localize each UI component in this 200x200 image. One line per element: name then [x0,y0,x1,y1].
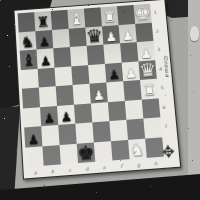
square-b4 [38,67,56,87]
square-c2 [52,28,70,48]
rank-label-1: 1 [153,3,157,22]
square-c7 [58,124,76,145]
square-f6 [108,100,127,121]
file-label-b: b [44,169,62,175]
margin-script-text: Олеша [163,55,171,77]
square-c5 [56,85,74,106]
square-d4 [71,65,89,85]
square-g7 [126,119,145,140]
file-label-d: d [78,166,96,172]
square-c6: ♟ [57,104,75,125]
square-b7 [41,125,59,146]
square-b6: ♟ [40,105,58,126]
square-h6 [142,98,161,119]
square-d1: ♝ [67,9,85,29]
square-e8 [94,141,113,162]
offboard-captured-piece [190,26,199,41]
piece-white-pawn-e5: ♟ [93,89,105,101]
piece-black-queen-e2: ♛ [85,27,103,45]
chessboard-photo: { "game": "chess", "scene": "grayscale p… [0,0,200,200]
file-label-c: c [61,168,79,174]
piece-white-knight-g8: ♞ [130,142,146,158]
square-b3: ♟ [36,48,54,68]
file-label-f: f [113,164,131,170]
square-d3 [70,46,88,66]
square-c3 [53,47,71,67]
square-g5 [123,80,142,100]
square-h7 [143,117,162,138]
square-d6 [74,103,92,124]
square-a2: ♞ [19,31,37,51]
square-a4 [21,68,39,88]
square-d2 [69,27,87,47]
square-d5 [73,84,91,105]
rank-label-5: 5 [160,78,165,97]
square-f8 [111,139,130,160]
piece-white-pawn-f2: ♟ [105,31,117,43]
corner-emblem-icon: ✥ [161,145,175,161]
square-c8 [60,143,79,164]
square-f5 [106,81,124,101]
square-e6 [91,102,109,123]
file-label-g: g [130,162,148,168]
piece-white-pawn-g2: ♟ [122,30,134,42]
square-h1: ♚ [134,4,152,24]
square-g6 [125,99,144,120]
piece-black-pawn-b2: ♟ [38,36,50,48]
file-label-e: e [96,165,114,171]
file-label-h: h [147,161,165,167]
square-b8 [42,145,60,166]
square-a7: ♟ [24,126,42,147]
square-a8 [25,146,43,167]
piece-white-queen-h4: ♛ [138,61,156,79]
rank-label-7: 7 [163,117,168,137]
rank-label-2: 2 [155,22,160,41]
square-e3 [87,45,105,65]
piece-black-pawn-f4: ♟ [108,69,120,81]
square-e2: ♛ [85,26,103,46]
chess-board: ♜♝♜♚♞♟♛♟♟♝♟♟♟♟♛♟♜♟♟♟♚♞ abcdefgh 12345678… [13,0,181,180]
piece-black-bishop-a3: ♝ [21,54,36,69]
square-g1 [117,5,135,25]
piece-black-pawn-b3: ♟ [40,55,52,67]
piece-black-pawn-b6: ♟ [43,112,55,125]
film-grain-noise [0,0,1,1]
square-h2 [135,22,153,42]
piece-white-rook-h5: ♜ [142,84,157,98]
square-c4 [54,66,72,86]
file-label-a: a [27,170,45,176]
square-g4: ♟ [122,61,140,81]
square-f1: ♜ [100,6,118,26]
rank-label-4: 4 [158,59,163,78]
square-a3: ♝ [20,49,38,69]
square-e5: ♟ [89,82,107,102]
square-h4: ♛ [138,60,156,80]
square-g8: ♞ [128,138,147,159]
square-b1: ♜ [34,11,52,31]
rank-label-6: 6 [162,97,167,117]
square-b2: ♟ [35,30,53,50]
piece-white-pawn-g4: ♟ [125,68,137,80]
square-f3 [103,43,121,63]
square-g3 [120,42,138,62]
rank-label-3: 3 [156,40,161,59]
square-f7 [109,120,128,141]
piece-black-rook-b1: ♜ [36,16,50,30]
square-d8: ♚ [77,142,96,163]
square-e4 [88,63,106,83]
square-a5 [22,87,40,108]
piece-black-king-d8: ♚ [77,143,95,162]
piece-white-bishop-d1: ♝ [69,13,84,28]
square-f4: ♟ [105,62,123,82]
square-a6 [23,107,41,128]
square-h5: ♜ [140,79,159,99]
piece-black-pawn-c6: ♟ [60,111,72,124]
square-f2: ♟ [102,25,120,45]
board-wrapper: ♜♝♜♚♞♟♛♟♟♝♟♟♟♟♛♟♜♟♟♟♚♞ abcdefgh 12345678… [13,0,181,180]
square-a1 [18,12,36,32]
square-g2: ♟ [119,23,137,43]
square-e7 [92,121,111,142]
board-grid: ♜♝♜♚♞♟♛♟♟♝♟♟♟♟♛♟♜♟♟♟♚♞ [18,4,164,167]
square-c1 [51,10,69,30]
piece-black-pawn-a7: ♟ [27,133,39,146]
piece-black-knight-a2: ♞ [20,35,35,50]
piece-white-rook-f1: ♜ [103,11,117,25]
square-b5 [39,86,57,107]
piece-white-king-h1: ♚ [134,5,152,22]
